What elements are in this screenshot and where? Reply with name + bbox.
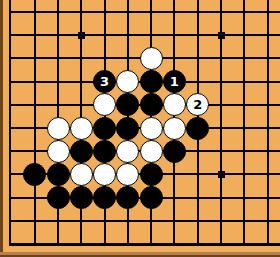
white-stone: [163, 93, 186, 116]
black-stone-move-3: 3: [93, 70, 116, 93]
board-edge-shadow-left: [0, 0, 3, 257]
white-stone: [140, 47, 163, 70]
star-point: [218, 171, 225, 178]
grid-line-horizontal: [9, 220, 280, 222]
black-stone: [47, 163, 70, 186]
white-stone: [116, 70, 139, 93]
black-stone: [186, 117, 209, 140]
white-stone: [70, 117, 93, 140]
black-stone: [70, 186, 93, 209]
white-stone: [47, 140, 70, 163]
white-stone: [116, 140, 139, 163]
white-stone: [93, 93, 116, 116]
black-stone: [93, 186, 116, 209]
black-stone: [70, 140, 93, 163]
white-stone: [93, 163, 116, 186]
grid-line-horizontal: [9, 34, 280, 36]
white-stone: [116, 163, 139, 186]
grid-line-vertical: [9, 0, 11, 246]
white-stone: [47, 117, 70, 140]
grid-line-horizontal: [9, 243, 280, 246]
black-stone: [140, 163, 163, 186]
white-stone: [70, 163, 93, 186]
white-stone: [140, 117, 163, 140]
star-point: [218, 32, 225, 39]
black-stone: [93, 117, 116, 140]
black-stone: [140, 186, 163, 209]
grid-line-vertical: [34, 0, 36, 246]
black-stone: [23, 163, 46, 186]
grid-line-vertical: [243, 0, 245, 246]
black-stone: [140, 93, 163, 116]
black-stone: [116, 186, 139, 209]
star-point: [78, 32, 85, 39]
black-stone: [116, 93, 139, 116]
white-stone: [140, 140, 163, 163]
grid-line-vertical: [267, 0, 269, 246]
go-diagram: 312: [0, 0, 280, 257]
black-stone: [47, 186, 70, 209]
white-stone: [163, 117, 186, 140]
white-stone-move-2: 2: [186, 93, 209, 116]
black-stone: [140, 70, 163, 93]
grid-line-horizontal: [9, 11, 280, 13]
black-stone: [163, 140, 186, 163]
black-stone: [93, 140, 116, 163]
black-stone-move-1: 1: [163, 70, 186, 93]
black-stone: [116, 117, 139, 140]
go-board: 312: [0, 0, 280, 257]
